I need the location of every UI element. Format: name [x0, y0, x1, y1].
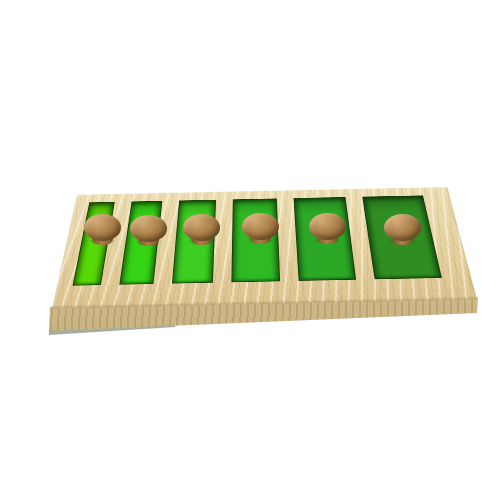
piece-knob-4[interactable]	[242, 213, 280, 247]
knob-cap	[183, 214, 220, 241]
knob-cap	[309, 213, 346, 240]
piece-knob-5[interactable]	[309, 213, 347, 247]
piece-knob-3[interactable]	[183, 214, 221, 248]
knob-cap	[242, 213, 279, 240]
knob-cap	[84, 214, 121, 241]
product-photo	[0, 0, 500, 500]
piece-knob-2[interactable]	[130, 215, 168, 249]
piece-knob-1[interactable]	[84, 214, 122, 248]
knob-cap	[130, 215, 167, 242]
knob-cap	[384, 214, 421, 241]
piece-knob-6[interactable]	[384, 214, 422, 248]
